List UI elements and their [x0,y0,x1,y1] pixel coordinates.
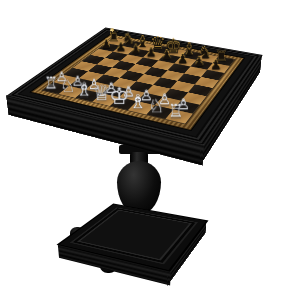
piece-white-queen: ♕ [92,82,111,103]
product-photo-stage: ♜♞♝♛♚♝♞♜♟♟♟♟♟♟♟♟♙♙♙♙♙♙♙♙♖♘♗♕♔♗♘♖ [0,0,290,286]
piece-black-rook: ♜ [215,50,228,64]
piece-white-rook: ♖ [44,76,58,92]
square-h7: ♟ [207,63,229,73]
piece-black-queen: ♛ [150,35,166,52]
piece-black-king: ♚ [165,37,182,56]
square-f6 [168,63,191,73]
gold-knob [110,28,114,35]
square-a4 [73,61,97,71]
tabletop: ♜♞♝♛♚♝♞♜♟♟♟♟♟♟♟♟♙♙♙♙♙♙♙♙♖♘♗♕♔♗♘♖ [8,28,262,143]
square-g6 [184,67,207,77]
table-base [59,204,206,270]
square-c1: ♗ [75,90,102,102]
